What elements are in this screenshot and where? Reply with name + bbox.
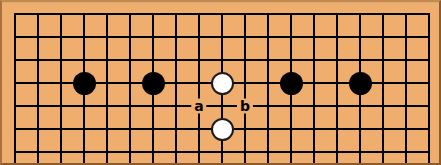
black-stone-D16 <box>73 72 96 95</box>
point-label-a: a <box>191 99 206 114</box>
go-board-diagram: ab <box>0 0 441 165</box>
black-stone-N16 <box>280 72 303 95</box>
black-stone-G16 <box>142 72 165 95</box>
white-stone-K16 <box>211 72 234 95</box>
white-stone-K14 <box>211 118 234 141</box>
point-label-b: b <box>237 99 253 114</box>
black-stone-Q16 <box>349 72 372 95</box>
